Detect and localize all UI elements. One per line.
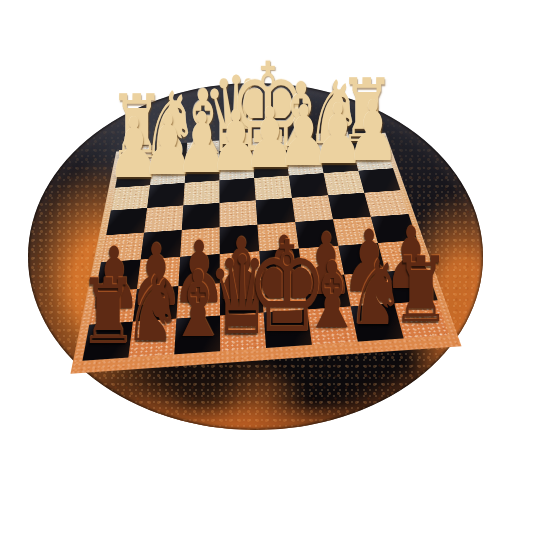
dark-rook: ♜ [392, 245, 450, 335]
light-pawn: ♟ [345, 90, 399, 174]
photo-canvas: ♜♞♝♛♚♝♞♜♟♟♟♟♟♟♟♟♟♟♟♟♟♟♟♟♜♞♝♛♚♝♞♜ [0, 0, 533, 533]
pieces-layer: ♜♞♝♛♚♝♞♜♟♟♟♟♟♟♟♟♟♟♟♟♟♟♟♟♜♞♝♛♚♝♞♜ [0, 0, 533, 533]
